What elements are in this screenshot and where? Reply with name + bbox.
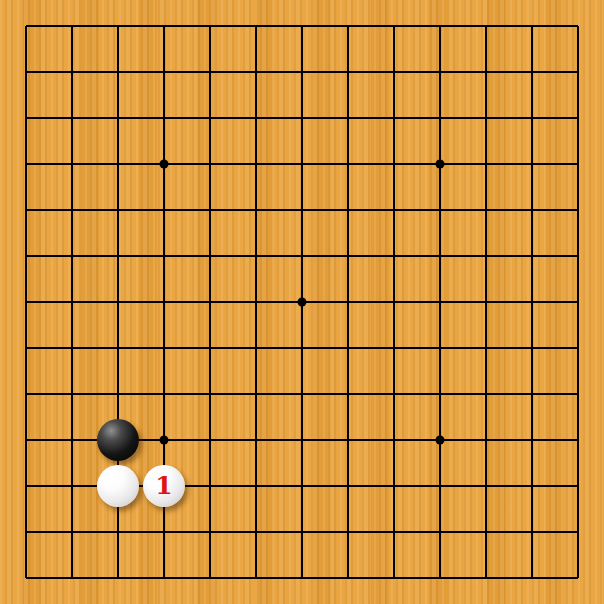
intersection[interactable]	[49, 371, 95, 417]
intersection[interactable]	[325, 279, 371, 325]
intersection[interactable]	[49, 95, 95, 141]
intersection[interactable]	[141, 187, 187, 233]
intersection[interactable]	[463, 141, 509, 187]
intersection[interactable]	[463, 233, 509, 279]
intersection[interactable]	[3, 187, 49, 233]
intersection[interactable]	[509, 417, 555, 463]
intersection[interactable]	[463, 417, 509, 463]
intersection[interactable]	[95, 49, 141, 95]
intersection[interactable]	[141, 325, 187, 371]
intersection[interactable]	[509, 325, 555, 371]
intersection[interactable]	[417, 233, 463, 279]
move-number-label: 1	[155, 473, 172, 498]
board-intersections[interactable]: 1	[3, 3, 601, 601]
intersection[interactable]	[49, 417, 95, 463]
intersection[interactable]	[371, 3, 417, 49]
intersection[interactable]	[555, 417, 601, 463]
intersection[interactable]	[233, 463, 279, 509]
intersection[interactable]	[325, 463, 371, 509]
intersection[interactable]	[555, 141, 601, 187]
intersection[interactable]	[3, 233, 49, 279]
intersection[interactable]	[141, 555, 187, 601]
intersection[interactable]	[325, 233, 371, 279]
intersection[interactable]	[555, 3, 601, 49]
intersection[interactable]	[555, 95, 601, 141]
intersection[interactable]	[3, 555, 49, 601]
intersection[interactable]	[463, 463, 509, 509]
intersection[interactable]	[509, 555, 555, 601]
intersection[interactable]	[279, 417, 325, 463]
intersection[interactable]	[141, 233, 187, 279]
intersection[interactable]	[95, 233, 141, 279]
intersection[interactable]	[279, 3, 325, 49]
intersection[interactable]	[509, 49, 555, 95]
intersection[interactable]	[509, 141, 555, 187]
intersection[interactable]	[417, 417, 463, 463]
intersection[interactable]	[95, 95, 141, 141]
intersection[interactable]	[279, 371, 325, 417]
intersection[interactable]	[555, 555, 601, 601]
intersection[interactable]	[187, 233, 233, 279]
intersection[interactable]	[555, 463, 601, 509]
intersection[interactable]	[95, 279, 141, 325]
intersection[interactable]	[141, 141, 187, 187]
stone-black	[97, 419, 139, 461]
intersection[interactable]	[187, 555, 233, 601]
intersection[interactable]	[49, 233, 95, 279]
intersection[interactable]	[371, 371, 417, 417]
intersection[interactable]	[49, 187, 95, 233]
intersection[interactable]	[95, 371, 141, 417]
intersection[interactable]	[49, 141, 95, 187]
intersection[interactable]	[49, 279, 95, 325]
intersection[interactable]	[555, 325, 601, 371]
intersection[interactable]	[3, 463, 49, 509]
intersection[interactable]	[509, 187, 555, 233]
intersection[interactable]	[555, 187, 601, 233]
intersection[interactable]	[141, 3, 187, 49]
intersection[interactable]	[233, 187, 279, 233]
intersection[interactable]	[279, 509, 325, 555]
intersection[interactable]	[279, 555, 325, 601]
intersection[interactable]	[555, 509, 601, 555]
intersection[interactable]	[95, 463, 141, 509]
intersection[interactable]	[279, 141, 325, 187]
intersection[interactable]	[3, 141, 49, 187]
intersection[interactable]	[3, 417, 49, 463]
go-board[interactable]: 1	[0, 0, 604, 604]
intersection[interactable]	[279, 49, 325, 95]
intersection[interactable]	[417, 187, 463, 233]
intersection[interactable]	[233, 509, 279, 555]
intersection[interactable]	[187, 141, 233, 187]
intersection[interactable]	[187, 95, 233, 141]
intersection[interactable]	[463, 49, 509, 95]
intersection[interactable]	[417, 371, 463, 417]
intersection[interactable]	[509, 233, 555, 279]
intersection[interactable]	[417, 95, 463, 141]
intersection[interactable]: 1	[141, 463, 187, 509]
intersection[interactable]	[95, 555, 141, 601]
intersection[interactable]	[49, 325, 95, 371]
intersection[interactable]	[509, 463, 555, 509]
intersection[interactable]	[371, 463, 417, 509]
intersection[interactable]	[233, 325, 279, 371]
stone-white	[97, 465, 139, 507]
intersection[interactable]	[279, 233, 325, 279]
intersection[interactable]	[463, 3, 509, 49]
intersection[interactable]	[141, 95, 187, 141]
intersection[interactable]	[509, 371, 555, 417]
intersection[interactable]	[371, 141, 417, 187]
intersection[interactable]	[233, 141, 279, 187]
intersection[interactable]	[325, 417, 371, 463]
intersection[interactable]	[233, 95, 279, 141]
intersection[interactable]	[417, 555, 463, 601]
intersection[interactable]	[141, 371, 187, 417]
intersection[interactable]	[233, 49, 279, 95]
intersection[interactable]	[371, 509, 417, 555]
intersection[interactable]	[325, 509, 371, 555]
intersection[interactable]	[3, 279, 49, 325]
intersection[interactable]	[555, 49, 601, 95]
intersection[interactable]	[555, 279, 601, 325]
intersection[interactable]	[3, 509, 49, 555]
intersection[interactable]	[95, 509, 141, 555]
intersection[interactable]	[141, 49, 187, 95]
intersection[interactable]	[95, 187, 141, 233]
intersection[interactable]	[187, 49, 233, 95]
intersection[interactable]	[49, 555, 95, 601]
intersection[interactable]	[371, 279, 417, 325]
intersection[interactable]	[509, 279, 555, 325]
intersection[interactable]	[233, 279, 279, 325]
intersection[interactable]	[187, 187, 233, 233]
intersection[interactable]	[279, 325, 325, 371]
intersection[interactable]	[49, 509, 95, 555]
intersection[interactable]	[187, 325, 233, 371]
intersection[interactable]	[325, 141, 371, 187]
intersection[interactable]	[233, 3, 279, 49]
intersection[interactable]	[49, 463, 95, 509]
intersection[interactable]	[279, 279, 325, 325]
intersection[interactable]	[463, 509, 509, 555]
intersection[interactable]	[371, 95, 417, 141]
intersection[interactable]	[3, 49, 49, 95]
intersection[interactable]	[463, 555, 509, 601]
intersection[interactable]	[141, 417, 187, 463]
intersection[interactable]	[555, 371, 601, 417]
intersection[interactable]	[187, 463, 233, 509]
intersection[interactable]	[325, 187, 371, 233]
intersection[interactable]	[3, 3, 49, 49]
intersection[interactable]	[509, 3, 555, 49]
intersection[interactable]	[463, 279, 509, 325]
intersection[interactable]	[463, 95, 509, 141]
intersection[interactable]	[509, 95, 555, 141]
intersection[interactable]	[325, 555, 371, 601]
intersection[interactable]	[141, 279, 187, 325]
intersection[interactable]	[417, 49, 463, 95]
intersection[interactable]	[417, 3, 463, 49]
intersection[interactable]	[141, 509, 187, 555]
intersection[interactable]	[325, 49, 371, 95]
stone-white: 1	[143, 465, 185, 507]
intersection[interactable]	[3, 95, 49, 141]
intersection[interactable]	[371, 555, 417, 601]
intersection[interactable]	[371, 233, 417, 279]
intersection[interactable]	[233, 417, 279, 463]
intersection[interactable]	[95, 3, 141, 49]
intersection[interactable]	[187, 279, 233, 325]
intersection[interactable]	[371, 325, 417, 371]
intersection[interactable]	[463, 371, 509, 417]
intersection[interactable]	[417, 141, 463, 187]
intersection[interactable]	[555, 233, 601, 279]
intersection[interactable]	[509, 509, 555, 555]
intersection[interactable]	[417, 509, 463, 555]
intersection[interactable]	[49, 49, 95, 95]
intersection[interactable]	[49, 3, 95, 49]
intersection[interactable]	[233, 371, 279, 417]
intersection[interactable]	[463, 187, 509, 233]
intersection[interactable]	[3, 325, 49, 371]
intersection[interactable]	[371, 187, 417, 233]
intersection[interactable]	[187, 371, 233, 417]
intersection[interactable]	[187, 509, 233, 555]
intersection[interactable]	[417, 279, 463, 325]
intersection[interactable]	[417, 325, 463, 371]
intersection[interactable]	[325, 95, 371, 141]
intersection[interactable]	[95, 417, 141, 463]
intersection[interactable]	[233, 233, 279, 279]
intersection[interactable]	[417, 463, 463, 509]
intersection[interactable]	[95, 325, 141, 371]
intersection[interactable]	[3, 371, 49, 417]
intersection[interactable]	[325, 371, 371, 417]
intersection[interactable]	[371, 49, 417, 95]
intersection[interactable]	[325, 325, 371, 371]
intersection[interactable]	[463, 325, 509, 371]
intersection[interactable]	[371, 417, 417, 463]
intersection[interactable]	[279, 463, 325, 509]
intersection[interactable]	[279, 95, 325, 141]
intersection[interactable]	[95, 141, 141, 187]
intersection[interactable]	[279, 187, 325, 233]
intersection[interactable]	[187, 3, 233, 49]
intersection[interactable]	[233, 555, 279, 601]
intersection[interactable]	[325, 3, 371, 49]
intersection[interactable]	[187, 417, 233, 463]
